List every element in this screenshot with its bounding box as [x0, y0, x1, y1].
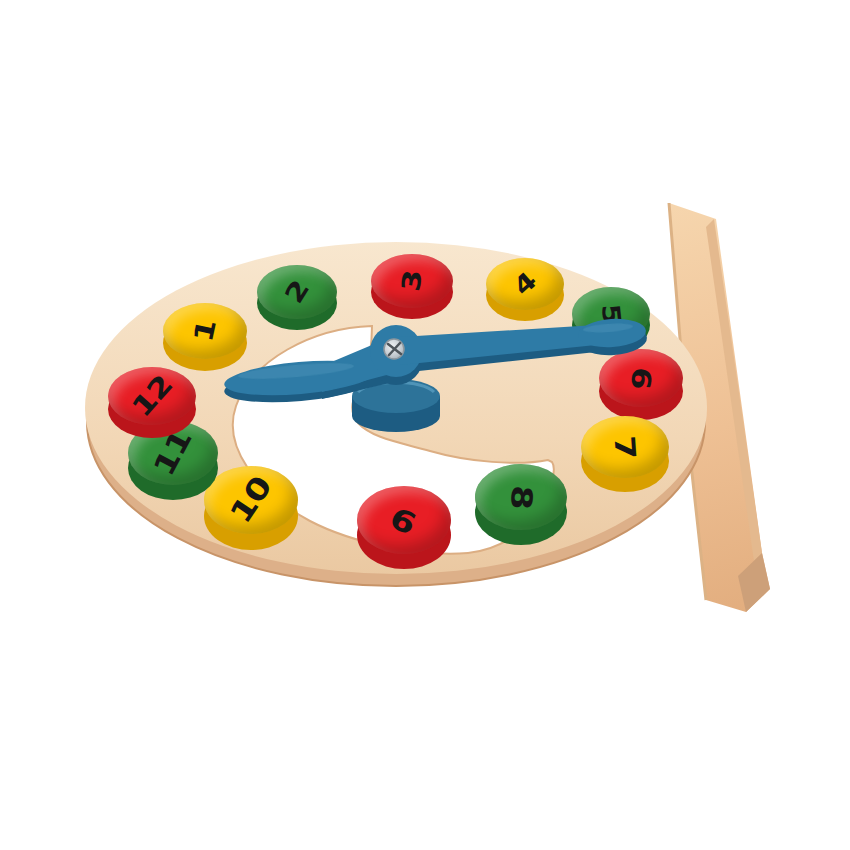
clock-hand[interactable] [0, 0, 850, 850]
product-photo-wooden-clock: 123456789101112 [0, 0, 850, 850]
center-screw [384, 339, 404, 359]
